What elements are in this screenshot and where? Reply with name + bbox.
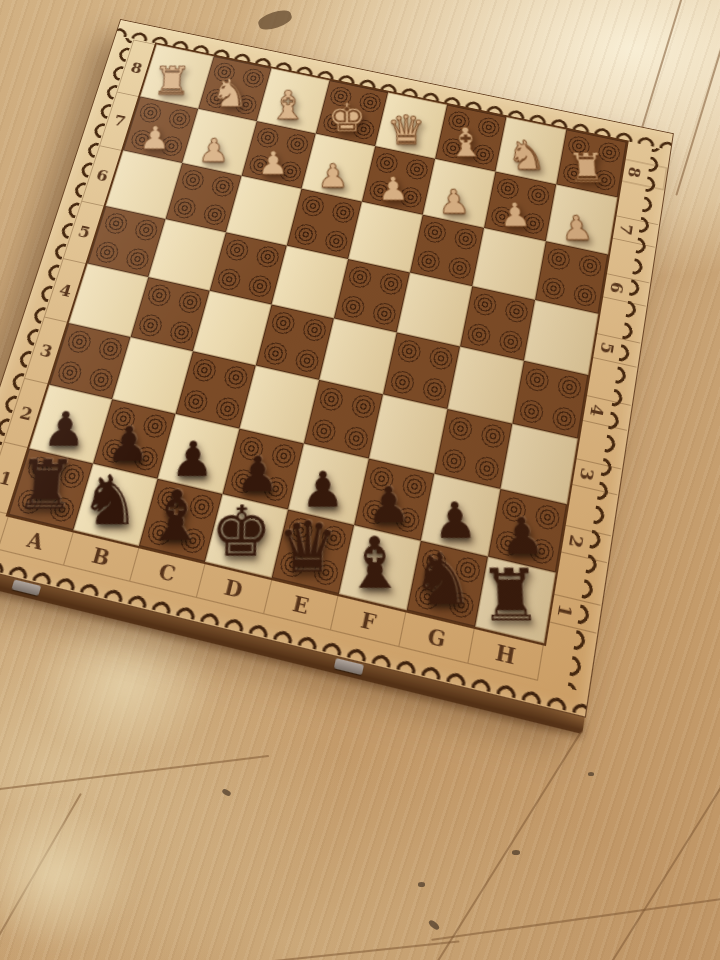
- floor-scuff: [512, 850, 520, 855]
- dark-bishop[interactable]: ♝: [344, 528, 407, 599]
- light-rook[interactable]: ♜: [151, 61, 192, 100]
- dark-knight[interactable]: ♞: [410, 544, 474, 616]
- light-pawn[interactable]: ♟: [198, 135, 230, 167]
- light-rook[interactable]: ♜: [566, 148, 609, 189]
- dark-knight[interactable]: ♞: [78, 466, 143, 535]
- light-bishop[interactable]: ♝: [446, 122, 487, 162]
- light-pawn[interactable]: ♟: [438, 186, 471, 219]
- chess-board-tilt-wrapper: 87654321 87654321 ABCDEFGH ♜♞♝♚♛♝♞♜♟♟♟♟♟…: [0, 19, 672, 715]
- dark-king[interactable]: ♚: [210, 497, 273, 567]
- light-pawn[interactable]: ♟: [317, 160, 349, 193]
- light-pawn[interactable]: ♟: [257, 147, 289, 179]
- dark-rook[interactable]: ♜: [13, 451, 79, 519]
- dark-queen[interactable]: ♛: [276, 512, 338, 583]
- light-pawn[interactable]: ♟: [138, 122, 171, 154]
- floor-scuff: [588, 772, 594, 776]
- photo-canvas: { "game": "chess", "scene_caption": "Car…: [0, 0, 720, 960]
- dark-rook[interactable]: ♜: [478, 559, 544, 631]
- floor-scuff: [418, 882, 425, 887]
- light-pawn[interactable]: ♟: [499, 199, 533, 232]
- light-queen[interactable]: ♛: [386, 110, 426, 150]
- light-king[interactable]: ♚: [327, 98, 366, 138]
- square-g1[interactable]: ♞: [407, 541, 488, 627]
- light-knight[interactable]: ♞: [505, 135, 547, 175]
- light-bishop[interactable]: ♝: [268, 86, 307, 125]
- light-knight[interactable]: ♞: [210, 73, 250, 112]
- light-pawn[interactable]: ♟: [377, 173, 409, 206]
- floor-light-patch: [0, 800, 140, 950]
- square-h1[interactable]: ♜: [475, 557, 556, 644]
- light-pawn[interactable]: ♟: [560, 212, 594, 246]
- chess-board: 87654321 87654321 ABCDEFGH ♜♞♝♚♛♝♞♜♟♟♟♟♟…: [0, 19, 674, 718]
- dark-bishop[interactable]: ♝: [143, 481, 207, 550]
